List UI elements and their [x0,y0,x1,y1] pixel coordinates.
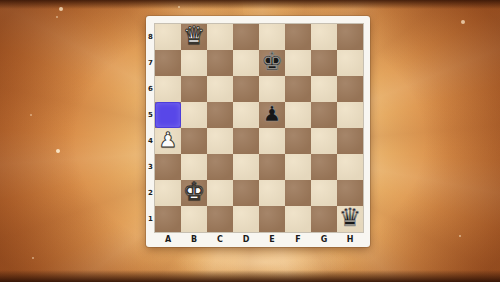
square-e1[interactable] [259,206,285,232]
rank-label-4: 4 [146,128,155,154]
square-a3[interactable] [155,154,181,180]
piece-black-king[interactable]: ♚ [261,49,283,75]
square-g1[interactable] [311,206,337,232]
square-a1[interactable] [155,206,181,232]
square-f2[interactable] [285,180,311,206]
square-f5[interactable] [285,102,311,128]
square-b4[interactable] [181,128,207,154]
square-h7[interactable] [337,50,363,76]
square-b5[interactable] [181,102,207,128]
square-b1[interactable] [181,206,207,232]
file-labels: ABCDEFGH [155,232,363,247]
sparkle-dots [0,0,2,2]
file-label-a: A [155,232,181,247]
highlight-a5 [155,102,181,128]
square-d1[interactable] [233,206,259,232]
square-e4[interactable] [259,128,285,154]
board-squares[interactable]: ♛♚♟♟♚♛ [155,24,363,232]
square-d4[interactable] [233,128,259,154]
square-d6[interactable] [233,76,259,102]
rank-label-3: 3 [146,154,155,180]
square-g5[interactable] [311,102,337,128]
square-e7[interactable]: ♚ [259,50,285,76]
square-c4[interactable] [207,128,233,154]
square-a4[interactable]: ♟ [155,128,181,154]
file-label-h: H [337,232,363,247]
square-g2[interactable] [311,180,337,206]
square-c3[interactable] [207,154,233,180]
square-e2[interactable] [259,180,285,206]
square-g7[interactable] [311,50,337,76]
square-c2[interactable] [207,180,233,206]
file-label-g: G [311,232,337,247]
square-a5[interactable] [155,102,181,128]
square-b7[interactable] [181,50,207,76]
square-a7[interactable] [155,50,181,76]
piece-white-king[interactable]: ♚ [183,179,205,205]
square-a8[interactable] [155,24,181,50]
rank-label-5: 5 [146,102,155,128]
square-d7[interactable] [233,50,259,76]
square-h5[interactable] [337,102,363,128]
rank-label-8: 8 [146,24,155,50]
square-d2[interactable] [233,180,259,206]
square-h8[interactable] [337,24,363,50]
square-c7[interactable] [207,50,233,76]
square-g6[interactable] [311,76,337,102]
piece-white-pawn[interactable]: ♟ [159,127,178,153]
square-f7[interactable] [285,50,311,76]
square-e5[interactable]: ♟ [259,102,285,128]
square-g4[interactable] [311,128,337,154]
file-label-e: E [259,232,285,247]
square-c6[interactable] [207,76,233,102]
piece-white-queen[interactable]: ♛ [183,23,205,49]
square-a2[interactable] [155,180,181,206]
square-f4[interactable] [285,128,311,154]
square-d3[interactable] [233,154,259,180]
square-e6[interactable] [259,76,285,102]
square-h4[interactable] [337,128,363,154]
square-g3[interactable] [311,154,337,180]
rank-label-1: 1 [146,206,155,232]
square-f1[interactable] [285,206,311,232]
square-d8[interactable] [233,24,259,50]
square-f6[interactable] [285,76,311,102]
square-e3[interactable] [259,154,285,180]
square-c8[interactable] [207,24,233,50]
square-d5[interactable] [233,102,259,128]
square-a6[interactable] [155,76,181,102]
square-h6[interactable] [337,76,363,102]
square-h3[interactable] [337,154,363,180]
square-b2[interactable]: ♚ [181,180,207,206]
piece-black-queen[interactable]: ♛ [339,205,361,231]
frame-corner [146,232,155,247]
square-b6[interactable] [181,76,207,102]
square-f8[interactable] [285,24,311,50]
square-g8[interactable] [311,24,337,50]
rank-label-7: 7 [146,50,155,76]
file-label-b: B [181,232,207,247]
file-label-f: F [285,232,311,247]
rank-label-2: 2 [146,180,155,206]
file-label-d: D [233,232,259,247]
square-h1[interactable]: ♛ [337,206,363,232]
rank-label-6: 6 [146,76,155,102]
rank-labels: 87654321 [146,24,155,232]
square-b8[interactable]: ♛ [181,24,207,50]
chess-board: 87654321 ♛♚♟♟♚♛ ABCDEFGH [146,16,370,247]
piece-black-pawn[interactable]: ♟ [263,101,282,127]
square-c1[interactable] [207,206,233,232]
square-f3[interactable] [285,154,311,180]
file-label-c: C [207,232,233,247]
square-c5[interactable] [207,102,233,128]
scene: 87654321 ♛♚♟♟♚♛ ABCDEFGH [0,0,500,282]
